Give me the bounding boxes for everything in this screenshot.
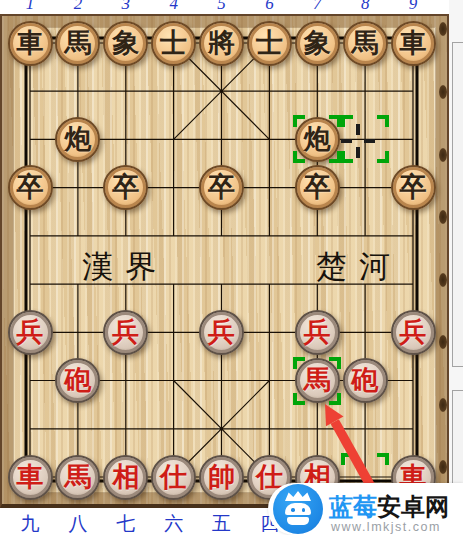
piece-red-cannon[interactable]: 砲 xyxy=(343,358,388,403)
wood-knot xyxy=(439,398,447,412)
piece-black-horse[interactable]: 馬 xyxy=(55,21,100,66)
wood-knot xyxy=(439,210,447,224)
piece-black-cannon[interactable]: 炮 xyxy=(55,117,100,162)
piece-red-elephant[interactable]: 相 xyxy=(103,455,148,500)
file-label-bottom-2: 八 xyxy=(67,511,89,535)
wood-knot xyxy=(439,22,447,36)
piece-black-soldier[interactable]: 卒 xyxy=(8,165,53,210)
side-panel-strip xyxy=(449,0,463,535)
piece-red-soldier[interactable]: 兵 xyxy=(295,310,340,355)
file-label-top-8: 8 xyxy=(355,0,375,14)
file-label-bottom-4: 六 xyxy=(163,511,185,535)
wood-knot xyxy=(439,273,447,287)
side-panel-edge-top xyxy=(452,42,463,367)
watermark-brand-black: 安卓网 xyxy=(377,493,449,520)
river-label-left: 漢界 xyxy=(82,246,168,288)
file-label-top-5: 5 xyxy=(212,0,232,14)
file-label-top-1: 1 xyxy=(20,0,40,14)
wood-knot xyxy=(439,148,447,162)
wood-knot xyxy=(439,460,447,474)
piece-red-soldier[interactable]: 兵 xyxy=(103,310,148,355)
file-label-top-7: 7 xyxy=(307,0,327,14)
piece-red-soldier[interactable]: 兵 xyxy=(8,310,53,355)
file-label-bottom-5: 五 xyxy=(211,511,233,535)
piece-black-elephant[interactable]: 象 xyxy=(103,21,148,66)
robot-eye-icon xyxy=(302,508,306,512)
piece-black-general[interactable]: 將 xyxy=(199,21,244,66)
piece-black-soldier[interactable]: 卒 xyxy=(295,165,340,210)
piece-black-horse[interactable]: 馬 xyxy=(343,21,388,66)
piece-red-general[interactable]: 帥 xyxy=(199,455,244,500)
piece-black-chariot[interactable]: 車 xyxy=(391,21,436,66)
piece-red-advisor[interactable]: 仕 xyxy=(151,455,196,500)
file-label-top-4: 4 xyxy=(164,0,184,14)
watermark-brand-blue: 蓝莓 xyxy=(329,493,377,520)
piece-red-soldier[interactable]: 兵 xyxy=(391,310,436,355)
piece-black-advisor[interactable]: 士 xyxy=(247,21,292,66)
piece-red-chariot[interactable]: 車 xyxy=(8,455,53,500)
piece-red-horse[interactable]: 馬 xyxy=(55,455,100,500)
file-label-top-9: 9 xyxy=(403,0,423,14)
piece-red-soldier[interactable]: 兵 xyxy=(199,310,244,355)
piece-black-advisor[interactable]: 士 xyxy=(151,21,196,66)
file-label-top-2: 2 xyxy=(68,0,88,14)
watermark: 蓝莓安卓网 www.lmkjst.com xyxy=(268,483,463,535)
watermark-brand: 蓝莓安卓网 xyxy=(329,491,449,523)
xiangqi-app: 123456789 九八七六五四 漢界 楚河 車馬象士將士象馬車炮炮卒卒卒卒卒兵… xyxy=(0,0,463,535)
piece-black-soldier[interactable]: 卒 xyxy=(391,165,436,210)
file-label-bottom-3: 七 xyxy=(115,511,137,535)
file-label-top-3: 3 xyxy=(116,0,136,14)
crown-icon xyxy=(285,491,311,501)
piece-black-elephant[interactable]: 象 xyxy=(295,21,340,66)
robot-body-icon xyxy=(287,517,309,525)
watermark-url: www.lmkjst.com xyxy=(331,520,441,534)
robot-head-icon xyxy=(285,503,311,515)
wood-knot xyxy=(439,335,447,349)
robot-eye-icon xyxy=(291,508,295,512)
piece-black-cannon[interactable]: 炮 xyxy=(295,117,340,162)
piece-red-horse[interactable]: 馬 xyxy=(295,358,340,403)
wood-knot xyxy=(439,85,447,99)
river-label-right: 楚河 xyxy=(316,246,402,288)
piece-black-soldier[interactable]: 卒 xyxy=(199,165,244,210)
file-label-top-6: 6 xyxy=(259,0,279,14)
piece-black-chariot[interactable]: 車 xyxy=(8,21,53,66)
android-mascot-icon xyxy=(273,484,323,534)
file-label-bottom-1: 九 xyxy=(19,511,41,535)
